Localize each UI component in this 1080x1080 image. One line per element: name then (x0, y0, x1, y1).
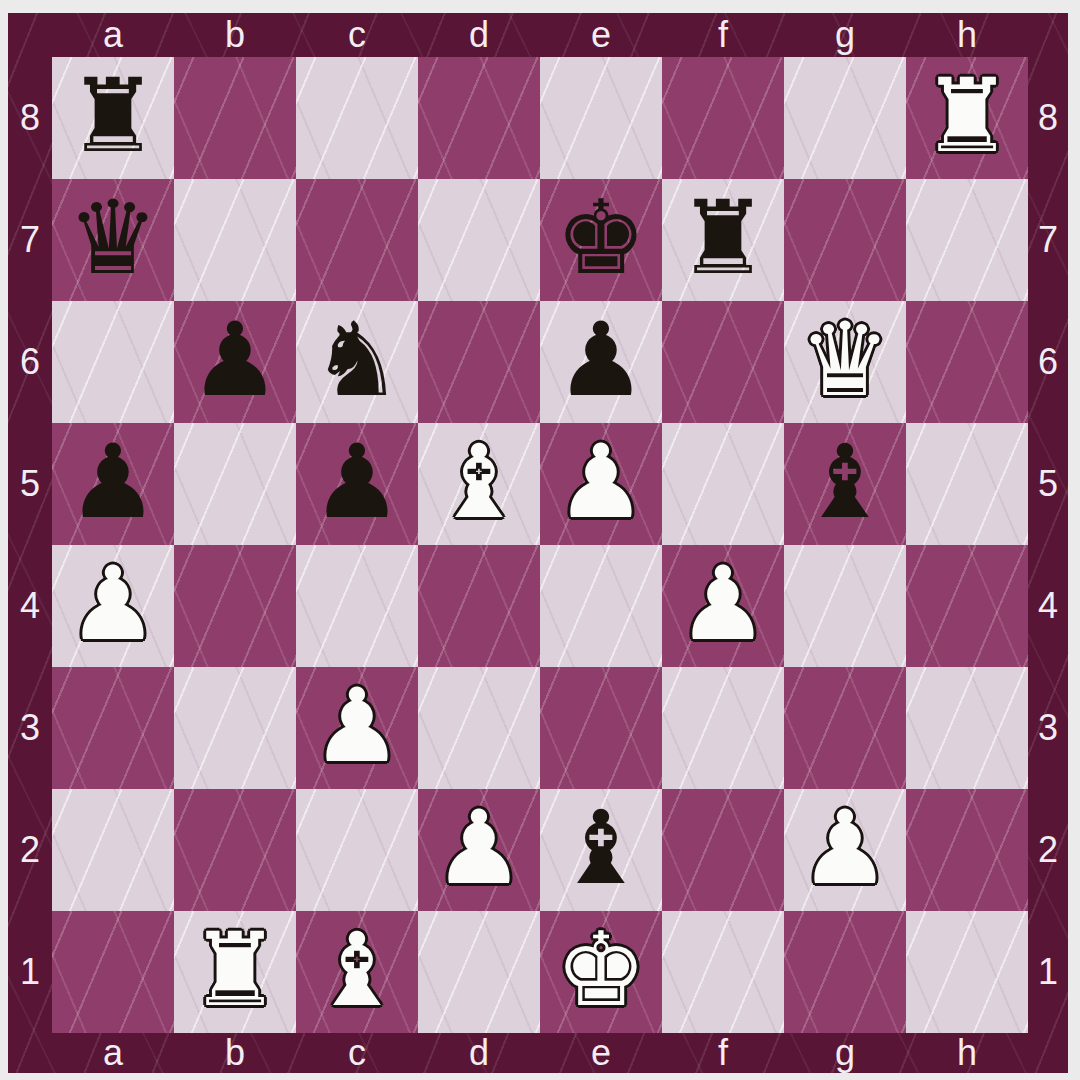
piece-white-king[interactable]: ♚ (555, 919, 646, 1021)
square-e7[interactable]: ♚ (540, 179, 662, 301)
piece-white-queen[interactable]: ♛ (799, 309, 890, 411)
square-a2[interactable] (52, 789, 174, 911)
frame-corner (8, 1033, 52, 1073)
square-h7[interactable] (906, 179, 1028, 301)
piece-black-pawn[interactable]: ♟ (67, 431, 158, 533)
square-e3[interactable] (540, 667, 662, 789)
square-b1[interactable]: ♜ (174, 911, 296, 1033)
square-h6[interactable] (906, 301, 1028, 423)
square-g4[interactable] (784, 545, 906, 667)
rank-label-left-6: 6 (8, 301, 52, 423)
square-h5[interactable] (906, 423, 1028, 545)
piece-white-pawn[interactable]: ♟ (311, 675, 402, 777)
rank-label-right-5: 5 (1028, 423, 1068, 545)
piece-black-pawn[interactable]: ♟ (311, 431, 402, 533)
square-h4[interactable] (906, 545, 1028, 667)
square-b4[interactable] (174, 545, 296, 667)
square-d4[interactable] (418, 545, 540, 667)
rank-label-left-2: 2 (8, 789, 52, 911)
rank-label-left-4: 4 (8, 545, 52, 667)
file-label-bottom-b: b (174, 1033, 296, 1073)
rank-label-left-5: 5 (8, 423, 52, 545)
file-label-top-h: h (906, 13, 1028, 57)
square-a8[interactable]: ♜ (52, 57, 174, 179)
square-d7[interactable] (418, 179, 540, 301)
piece-white-pawn[interactable]: ♟ (555, 431, 646, 533)
square-a5[interactable]: ♟ (52, 423, 174, 545)
square-b6[interactable]: ♟ (174, 301, 296, 423)
file-label-top-d: d (418, 13, 540, 57)
square-c7[interactable] (296, 179, 418, 301)
piece-black-queen[interactable]: ♛ (67, 187, 158, 289)
chess-board: abcdefgh8♜♜87♛♚♜76♟♞♟♛65♟♟♝♟♝54♟♟43♟32♟♝… (8, 13, 1068, 1073)
square-b2[interactable] (174, 789, 296, 911)
piece-white-pawn[interactable]: ♟ (799, 797, 890, 899)
square-c8[interactable] (296, 57, 418, 179)
square-c1[interactable]: ♝ (296, 911, 418, 1033)
square-g6[interactable]: ♛ (784, 301, 906, 423)
piece-black-bishop[interactable]: ♝ (799, 431, 890, 533)
piece-black-rook[interactable]: ♜ (677, 187, 768, 289)
square-e2[interactable]: ♝ (540, 789, 662, 911)
square-c6[interactable]: ♞ (296, 301, 418, 423)
file-label-top-g: g (784, 13, 906, 57)
square-f5[interactable] (662, 423, 784, 545)
square-e4[interactable] (540, 545, 662, 667)
square-b3[interactable] (174, 667, 296, 789)
square-d6[interactable] (418, 301, 540, 423)
rank-label-right-2: 2 (1028, 789, 1068, 911)
square-g1[interactable] (784, 911, 906, 1033)
piece-black-bishop[interactable]: ♝ (555, 797, 646, 899)
square-g7[interactable] (784, 179, 906, 301)
square-f6[interactable] (662, 301, 784, 423)
square-g3[interactable] (784, 667, 906, 789)
square-d2[interactable]: ♟ (418, 789, 540, 911)
file-label-bottom-c: c (296, 1033, 418, 1073)
piece-white-pawn[interactable]: ♟ (67, 553, 158, 655)
piece-black-king[interactable]: ♚ (555, 187, 646, 289)
file-label-top-a: a (52, 13, 174, 57)
square-h8[interactable]: ♜ (906, 57, 1028, 179)
file-label-bottom-h: h (906, 1033, 1028, 1073)
square-e6[interactable]: ♟ (540, 301, 662, 423)
file-label-bottom-g: g (784, 1033, 906, 1073)
frame-corner (8, 13, 52, 57)
square-a7[interactable]: ♛ (52, 179, 174, 301)
piece-black-pawn[interactable]: ♟ (189, 309, 280, 411)
rank-label-right-7: 7 (1028, 179, 1068, 301)
square-f4[interactable]: ♟ (662, 545, 784, 667)
square-c5[interactable]: ♟ (296, 423, 418, 545)
rank-label-left-1: 1 (8, 911, 52, 1033)
file-label-top-c: c (296, 13, 418, 57)
square-h1[interactable] (906, 911, 1028, 1033)
square-f7[interactable]: ♜ (662, 179, 784, 301)
piece-white-rook[interactable]: ♜ (921, 65, 1012, 167)
rank-label-right-6: 6 (1028, 301, 1068, 423)
square-g8[interactable] (784, 57, 906, 179)
frame-corner (1028, 1033, 1068, 1073)
file-label-top-e: e (540, 13, 662, 57)
square-a1[interactable] (52, 911, 174, 1033)
square-h2[interactable] (906, 789, 1028, 911)
square-d3[interactable] (418, 667, 540, 789)
rank-label-left-3: 3 (8, 667, 52, 789)
square-d1[interactable] (418, 911, 540, 1033)
piece-black-knight[interactable]: ♞ (311, 309, 402, 411)
square-c3[interactable]: ♟ (296, 667, 418, 789)
square-f3[interactable] (662, 667, 784, 789)
file-label-bottom-f: f (662, 1033, 784, 1073)
square-d5[interactable]: ♝ (418, 423, 540, 545)
piece-white-bishop[interactable]: ♝ (311, 919, 402, 1021)
square-a4[interactable]: ♟ (52, 545, 174, 667)
square-c2[interactable] (296, 789, 418, 911)
file-label-bottom-a: a (52, 1033, 174, 1073)
square-d8[interactable] (418, 57, 540, 179)
square-b5[interactable] (174, 423, 296, 545)
piece-black-pawn[interactable]: ♟ (555, 309, 646, 411)
piece-black-rook[interactable]: ♜ (67, 65, 158, 167)
rank-label-right-1: 1 (1028, 911, 1068, 1033)
square-a3[interactable] (52, 667, 174, 789)
piece-white-rook[interactable]: ♜ (189, 919, 280, 1021)
file-label-bottom-e: e (540, 1033, 662, 1073)
rank-label-left-8: 8 (8, 57, 52, 179)
piece-white-pawn[interactable]: ♟ (677, 553, 768, 655)
square-f8[interactable] (662, 57, 784, 179)
square-g5[interactable]: ♝ (784, 423, 906, 545)
piece-white-bishop[interactable]: ♝ (433, 431, 524, 533)
square-g2[interactable]: ♟ (784, 789, 906, 911)
square-b7[interactable] (174, 179, 296, 301)
square-e1[interactable]: ♚ (540, 911, 662, 1033)
piece-white-pawn[interactable]: ♟ (433, 797, 524, 899)
frame-corner (1028, 13, 1068, 57)
rank-label-left-7: 7 (8, 179, 52, 301)
square-a6[interactable] (52, 301, 174, 423)
square-c4[interactable] (296, 545, 418, 667)
file-label-top-f: f (662, 13, 784, 57)
square-f1[interactable] (662, 911, 784, 1033)
square-e8[interactable] (540, 57, 662, 179)
file-label-top-b: b (174, 13, 296, 57)
square-f2[interactable] (662, 789, 784, 911)
square-h3[interactable] (906, 667, 1028, 789)
square-e5[interactable]: ♟ (540, 423, 662, 545)
rank-label-right-3: 3 (1028, 667, 1068, 789)
rank-label-right-4: 4 (1028, 545, 1068, 667)
rank-label-right-8: 8 (1028, 57, 1068, 179)
file-label-bottom-d: d (418, 1033, 540, 1073)
square-b8[interactable] (174, 57, 296, 179)
